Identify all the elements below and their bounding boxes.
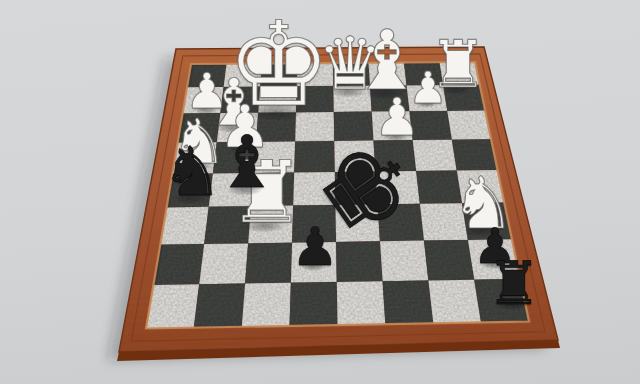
chess-scene: ♚♛♝♜♟♟♝♟♞♟♜♞♞♝♚♟♟♜ (0, 0, 640, 384)
black-rook[interactable]: ♜ (487, 253, 541, 313)
black-bishop[interactable]: ♝ (215, 126, 280, 198)
black-knight[interactable]: ♞ (162, 138, 223, 206)
black-pawn-center[interactable]: ♟ (291, 220, 339, 273)
